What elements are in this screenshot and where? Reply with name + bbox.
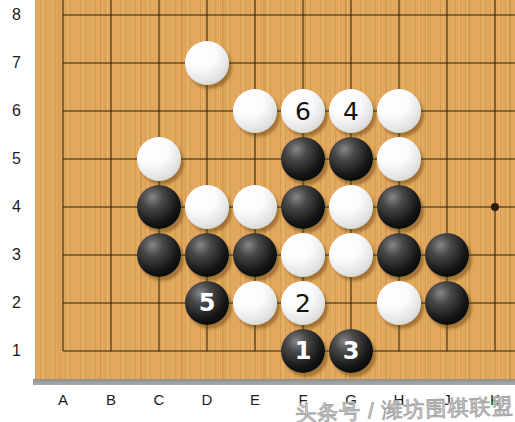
move-number-5: 5 (199, 291, 216, 315)
stone-black-C3 (137, 233, 181, 277)
col-label-E: E (240, 391, 270, 409)
star-point-K4 (491, 203, 499, 211)
stone-white-F3 (281, 233, 325, 277)
stone-white-D4 (185, 185, 229, 229)
stone-white-H5 (377, 137, 421, 181)
move-number-4: 4 (343, 99, 359, 124)
stone-white-E6 (233, 89, 277, 133)
stone-black-D2: 5 (185, 281, 229, 325)
stone-white-D7 (185, 41, 229, 85)
stone-black-G5 (329, 137, 373, 181)
go-diagram: 513642 87654321 ABCDEFGHJK 头条号 / 潍坊围棋联盟 (0, 0, 515, 422)
move-number-1: 1 (295, 339, 312, 363)
stone-black-C4 (137, 185, 181, 229)
stone-white-F2: 2 (281, 281, 325, 325)
col-label-B: B (96, 391, 126, 409)
stone-black-H4 (377, 185, 421, 229)
stone-white-C5 (137, 137, 181, 181)
stone-white-G3 (329, 233, 373, 277)
go-board: 513642 (35, 0, 515, 379)
stone-white-H2 (377, 281, 421, 325)
move-number-6: 6 (295, 99, 311, 124)
col-label-C: C (144, 391, 174, 409)
stone-black-G1: 3 (329, 329, 373, 373)
stone-black-E3 (233, 233, 277, 277)
stone-white-F6: 6 (281, 89, 325, 133)
row-label-4: 4 (3, 197, 30, 217)
stone-black-F5 (281, 137, 325, 181)
watermark-text: 头条号 / 潍坊围棋联盟 (295, 392, 514, 422)
stone-white-E4 (233, 185, 277, 229)
move-number-3: 3 (343, 339, 360, 363)
stone-white-G6: 4 (329, 89, 373, 133)
col-label-A: A (48, 391, 78, 409)
row-label-2: 2 (3, 293, 30, 313)
row-label-8: 8 (3, 5, 30, 25)
row-label-6: 6 (3, 101, 30, 121)
move-number-2: 2 (295, 291, 311, 316)
stone-black-J3 (425, 233, 469, 277)
stone-white-G4 (329, 185, 373, 229)
stone-black-F1: 1 (281, 329, 325, 373)
stone-white-H6 (377, 89, 421, 133)
row-label-7: 7 (3, 53, 30, 73)
stone-white-E2 (233, 281, 277, 325)
board-bottom-shadow (33, 379, 515, 385)
row-label-3: 3 (3, 245, 30, 265)
stone-black-J2 (425, 281, 469, 325)
stone-black-H3 (377, 233, 421, 277)
stone-black-D3 (185, 233, 229, 277)
row-label-1: 1 (3, 341, 30, 361)
row-label-5: 5 (3, 149, 30, 169)
col-label-D: D (192, 391, 222, 409)
stone-black-F4 (281, 185, 325, 229)
